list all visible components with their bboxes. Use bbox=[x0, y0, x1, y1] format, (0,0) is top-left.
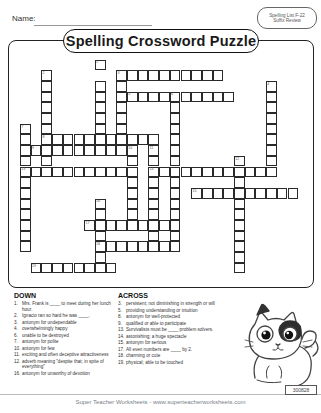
crossword-cell[interactable] bbox=[170, 231, 181, 242]
crossword-cell[interactable] bbox=[277, 188, 288, 199]
crossword-cell[interactable] bbox=[234, 156, 245, 167]
crossword-cell[interactable] bbox=[170, 167, 181, 178]
clue-item-text: astonishing; a huge spectacle bbox=[126, 334, 228, 340]
crossword-cell[interactable] bbox=[20, 199, 31, 210]
crossword-cell[interactable] bbox=[95, 220, 106, 231]
crossword-cell[interactable] bbox=[127, 209, 138, 220]
crossword-cell[interactable] bbox=[202, 92, 213, 103]
clue-item-text: antonym for serious bbox=[126, 340, 228, 346]
crossword-cell[interactable] bbox=[95, 92, 106, 103]
crossword-cell[interactable] bbox=[74, 263, 85, 274]
crossword-cell[interactable] bbox=[41, 156, 52, 167]
crossword-cell[interactable] bbox=[116, 81, 127, 92]
clue-item-text: antonym for unworthy of devotion bbox=[22, 371, 113, 377]
crossword-cell[interactable] bbox=[223, 188, 234, 199]
clue-item-number: 5. bbox=[118, 308, 126, 314]
crossword-cell[interactable] bbox=[95, 60, 106, 71]
clue-item-text: providing understanding or intuition bbox=[126, 308, 228, 314]
clue-item: 19.physical; able to be touched bbox=[118, 360, 228, 366]
crossword-cell[interactable] bbox=[138, 70, 149, 81]
clue-item-number: 6. bbox=[14, 333, 22, 339]
crossword-cell[interactable] bbox=[266, 134, 277, 145]
crossword-cell[interactable] bbox=[127, 199, 138, 210]
crossword-cell[interactable] bbox=[266, 145, 277, 156]
clue-item-text: unable to be destroyed bbox=[22, 333, 113, 339]
clue-item: 7.antonym for polite bbox=[14, 339, 113, 345]
crossword-cell[interactable] bbox=[84, 134, 95, 145]
clue-item: 8.antonym for well-protected bbox=[118, 314, 228, 320]
crossword-cell[interactable] bbox=[95, 124, 106, 135]
crossword-cell[interactable] bbox=[266, 92, 277, 103]
crossword-cell[interactable] bbox=[255, 167, 266, 178]
crossword-cell[interactable] bbox=[170, 177, 181, 188]
clue-item: 16.antonym for unworthy of devotion bbox=[14, 371, 113, 377]
crossword-cell[interactable] bbox=[234, 252, 245, 263]
crossword-cell[interactable] bbox=[170, 124, 181, 135]
clue-item-text: All even numbers are ____ by 2. bbox=[126, 347, 228, 353]
crossword-cell[interactable] bbox=[181, 70, 192, 81]
crossword-cell[interactable] bbox=[213, 188, 224, 199]
crossword-cell[interactable] bbox=[234, 241, 245, 252]
clue-item-number: 4. bbox=[14, 326, 22, 332]
crossword-cell[interactable] bbox=[148, 156, 159, 167]
down-clues: DOWN 1.Mrs. Frank is ____ to meet during… bbox=[14, 292, 113, 377]
crossword-cell[interactable] bbox=[127, 220, 138, 231]
crossword-cell[interactable] bbox=[127, 134, 138, 145]
crossword-cell[interactable] bbox=[148, 134, 159, 145]
crossword-cell[interactable] bbox=[255, 188, 266, 199]
crossword-cell[interactable] bbox=[245, 188, 256, 199]
crossword-cell[interactable] bbox=[148, 209, 159, 220]
crossword-cell[interactable] bbox=[106, 134, 117, 145]
crossword-cell[interactable] bbox=[95, 199, 106, 210]
crossword-cell[interactable] bbox=[127, 145, 138, 156]
crossword-cell[interactable] bbox=[95, 241, 106, 252]
crossword-cell[interactable] bbox=[170, 209, 181, 220]
crossword-cell[interactable] bbox=[148, 167, 159, 178]
clue-item: 10.antonym for few bbox=[14, 346, 113, 352]
crossword-cell[interactable] bbox=[159, 70, 170, 81]
crossword-cell[interactable] bbox=[41, 124, 52, 135]
crossword-cell[interactable] bbox=[74, 167, 85, 178]
clue-item-text: exciting and often deceptive attractiven… bbox=[22, 352, 113, 358]
crossword-cell[interactable] bbox=[170, 70, 181, 81]
crossword-cell[interactable] bbox=[74, 134, 85, 145]
crossword-cell[interactable] bbox=[127, 177, 138, 188]
crossword-cell[interactable] bbox=[148, 188, 159, 199]
crossword-cell[interactable] bbox=[266, 124, 277, 135]
clue-item-text: physical; able to be touched bbox=[126, 360, 228, 366]
crossword-cell[interactable] bbox=[41, 134, 52, 145]
clue-item: 15.antonym for serious bbox=[118, 340, 228, 346]
crossword-cell[interactable] bbox=[20, 188, 31, 199]
crossword-cell[interactable] bbox=[266, 113, 277, 124]
crossword-cell[interactable] bbox=[95, 231, 106, 242]
clue-item-number: 10. bbox=[14, 346, 22, 352]
crossword-cell[interactable] bbox=[148, 220, 159, 231]
crossword-cell[interactable] bbox=[266, 81, 277, 92]
crossword-cell[interactable] bbox=[116, 145, 127, 156]
crossword-cell[interactable] bbox=[148, 241, 159, 252]
crossword-cell[interactable] bbox=[170, 188, 181, 199]
crossword-cell[interactable] bbox=[127, 188, 138, 199]
crossword-cell[interactable] bbox=[106, 263, 117, 274]
clue-item-number: 2. bbox=[14, 313, 22, 319]
crossword-cell[interactable] bbox=[148, 70, 159, 81]
crossword-cell[interactable] bbox=[106, 241, 117, 252]
crossword-cell[interactable] bbox=[127, 241, 138, 252]
crossword-cell[interactable] bbox=[181, 92, 192, 103]
clue-item: 9.qualified or able to participate bbox=[118, 321, 228, 327]
clue-item-text: antonym for well-protected bbox=[126, 314, 228, 320]
clue-item: 3.persistent; not diminishing in strengt… bbox=[118, 301, 228, 307]
crossword-cell[interactable] bbox=[170, 241, 181, 252]
crossword-cell[interactable] bbox=[41, 102, 52, 113]
crossword-cell[interactable] bbox=[127, 167, 138, 178]
crossword-cell[interactable] bbox=[234, 231, 245, 242]
clue-item: 3.antonym for undependable bbox=[14, 320, 113, 326]
page-title: Spelling Crossword Puzzle bbox=[63, 29, 259, 53]
crossword-cell[interactable] bbox=[127, 70, 138, 81]
clue-item: 2.Ignacio ran so hard he was ____. bbox=[14, 313, 113, 319]
crossword-cell[interactable] bbox=[234, 199, 245, 210]
clue-item-text: antonym for few bbox=[22, 346, 113, 352]
clue-item-number: 8. bbox=[118, 314, 126, 320]
crossword-cell[interactable] bbox=[170, 199, 181, 210]
cat-illustration bbox=[243, 296, 319, 392]
crossword-cell[interactable] bbox=[202, 188, 213, 199]
crossword-cell[interactable] bbox=[20, 134, 31, 145]
crossword-cell[interactable] bbox=[31, 263, 42, 274]
crossword-cell[interactable] bbox=[148, 177, 159, 188]
crossword-cell[interactable] bbox=[74, 145, 85, 156]
crossword-cell[interactable] bbox=[234, 209, 245, 220]
crossword-cell[interactable] bbox=[20, 177, 31, 188]
crossword-cell[interactable] bbox=[191, 92, 202, 103]
crossword-cell[interactable] bbox=[266, 167, 277, 178]
crossword-cell[interactable] bbox=[148, 92, 159, 103]
crossword-cell[interactable] bbox=[95, 263, 106, 274]
clue-item: 4.overwhelmingly happy bbox=[14, 326, 113, 332]
crossword-cell[interactable] bbox=[20, 124, 31, 135]
crossword-cell[interactable] bbox=[116, 167, 127, 178]
crossword-cell[interactable] bbox=[84, 145, 95, 156]
clue-item: 12.adverb meaning "despite that; in spit… bbox=[14, 359, 113, 370]
crossword-cell[interactable] bbox=[223, 167, 234, 178]
crossword-cell[interactable] bbox=[148, 145, 159, 156]
crossword-cell[interactable] bbox=[20, 220, 31, 231]
clue-item-number: 13. bbox=[118, 327, 126, 333]
crossword-cell[interactable] bbox=[127, 92, 138, 103]
crossword-cell[interactable] bbox=[31, 167, 42, 178]
clue-item: 13.Survivalists must be ____ problem sol… bbox=[118, 327, 228, 333]
crossword-cell[interactable] bbox=[52, 167, 63, 178]
clue-item-number: 9. bbox=[118, 321, 126, 327]
crossword-cell[interactable] bbox=[138, 92, 149, 103]
crossword-cell[interactable] bbox=[191, 70, 202, 81]
crossword-cell[interactable] bbox=[191, 167, 202, 178]
crossword-cell[interactable] bbox=[95, 81, 106, 92]
clue-item-text: Ignacio ran so hard he was ____. bbox=[22, 313, 113, 319]
crossword-cell[interactable] bbox=[159, 92, 170, 103]
crossword-cell[interactable] bbox=[138, 134, 149, 145]
clue-item: 5.providing understanding or intuition bbox=[118, 308, 228, 314]
crossword-cell[interactable] bbox=[95, 145, 106, 156]
clue-item-number: 18. bbox=[118, 353, 126, 359]
clue-item: 17.All even numbers are ____ by 2. bbox=[118, 347, 228, 353]
crossword-cell[interactable] bbox=[41, 81, 52, 92]
clue-item-number: 3. bbox=[118, 301, 126, 307]
crossword-cell[interactable] bbox=[116, 70, 127, 81]
crossword-cell[interactable] bbox=[170, 220, 181, 231]
crossword-cell[interactable] bbox=[95, 102, 106, 113]
clue-item-text: antonym for polite bbox=[22, 339, 113, 345]
crossword-cell[interactable] bbox=[266, 188, 277, 199]
crossword-cell[interactable] bbox=[288, 188, 299, 199]
crossword-cell[interactable] bbox=[63, 145, 74, 156]
clue-item-number: 14. bbox=[118, 334, 126, 340]
crossword-cell[interactable] bbox=[234, 220, 245, 231]
clue-item-number: 16. bbox=[14, 371, 22, 377]
crossword-cell[interactable] bbox=[245, 167, 256, 178]
clue-item-text: qualified or able to participate bbox=[126, 321, 228, 327]
clue-item-number: 1. bbox=[14, 301, 22, 312]
crossword-cell[interactable] bbox=[41, 70, 52, 81]
crossword-cell[interactable] bbox=[20, 167, 31, 178]
crossword-cell[interactable] bbox=[116, 92, 127, 103]
crossword-cell[interactable] bbox=[116, 102, 127, 113]
crossword-cell[interactable] bbox=[138, 241, 149, 252]
clue-item-number: 12. bbox=[14, 359, 22, 370]
crossword-cell[interactable] bbox=[234, 188, 245, 199]
crossword-cell[interactable] bbox=[106, 167, 117, 178]
clue-item-text: overwhelmingly happy bbox=[22, 326, 113, 332]
crossword-cell[interactable] bbox=[106, 220, 117, 231]
clue-item-number: 15. bbox=[118, 340, 126, 346]
crossword-cell[interactable] bbox=[52, 134, 63, 145]
crossword-cell[interactable] bbox=[20, 231, 31, 242]
worksheet-page: Name: Spelling List F-22 Suffix Review S… bbox=[0, 0, 321, 413]
crossword-cell[interactable] bbox=[202, 167, 213, 178]
crossword-cell[interactable] bbox=[20, 156, 31, 167]
clue-item-number: 11. bbox=[14, 352, 22, 358]
crossword-cell[interactable] bbox=[31, 145, 42, 156]
clue-item-number: 7. bbox=[14, 339, 22, 345]
crossword-cell[interactable] bbox=[138, 220, 149, 231]
across-heading: ACROSS bbox=[118, 292, 228, 299]
crossword-cell[interactable] bbox=[116, 113, 127, 124]
crossword-cell[interactable] bbox=[234, 177, 245, 188]
clue-item-text: adverb meaning "despite that; in spite o… bbox=[22, 359, 113, 370]
crossword-cell[interactable] bbox=[63, 134, 74, 145]
crossword-cell[interactable] bbox=[41, 92, 52, 103]
crossword-cell[interactable] bbox=[170, 134, 181, 145]
crossword-cell[interactable] bbox=[148, 231, 159, 242]
crossword-cell[interactable] bbox=[202, 70, 213, 81]
crossword-cell[interactable] bbox=[170, 113, 181, 124]
crossword-cell[interactable] bbox=[266, 102, 277, 113]
crossword-cell[interactable] bbox=[20, 209, 31, 220]
crossword-cell[interactable] bbox=[191, 188, 202, 199]
crossword-cell[interactable] bbox=[84, 220, 95, 231]
crossword-cell[interactable] bbox=[116, 220, 127, 231]
crossword-cell[interactable] bbox=[20, 145, 31, 156]
crossword-cell[interactable] bbox=[159, 167, 170, 178]
clue-item: 1.Mrs. Frank is ____ to meet during her … bbox=[14, 301, 113, 312]
crossword-cell[interactable] bbox=[41, 145, 52, 156]
crossword-cell[interactable] bbox=[95, 134, 106, 145]
crossword-cell[interactable] bbox=[95, 113, 106, 124]
clue-item-number: 19. bbox=[118, 360, 126, 366]
crossword-cell[interactable] bbox=[63, 263, 74, 274]
worksheet-code: 300828 bbox=[285, 385, 317, 395]
clue-item-text: antonym for undependable bbox=[22, 320, 113, 326]
clue-item-number: 17. bbox=[118, 347, 126, 353]
crossword-cell[interactable] bbox=[63, 167, 74, 178]
clue-item-text: persistent; not diminishing in strength … bbox=[126, 301, 228, 307]
crossword-cell[interactable] bbox=[213, 92, 224, 103]
crossword-cell[interactable] bbox=[41, 167, 52, 178]
crossword-cell[interactable] bbox=[234, 167, 245, 178]
crossword-cell[interactable] bbox=[223, 92, 234, 103]
clue-item-text: Survivalists must be ____ problem solver… bbox=[126, 327, 228, 333]
crossword-cell[interactable] bbox=[20, 241, 31, 252]
clue-item: 6.unable to be destroyed bbox=[14, 333, 113, 339]
crossword-cell[interactable] bbox=[116, 241, 127, 252]
crossword-cell[interactable] bbox=[116, 134, 127, 145]
crossword-cell[interactable] bbox=[170, 102, 181, 113]
crossword-cell[interactable] bbox=[213, 70, 224, 81]
clue-item-number: 3. bbox=[14, 320, 22, 326]
crossword-cell[interactable] bbox=[95, 209, 106, 220]
crossword-cell[interactable] bbox=[95, 167, 106, 178]
crossword-cell[interactable] bbox=[84, 167, 95, 178]
crossword-cell[interactable] bbox=[170, 156, 181, 167]
crossword-cell[interactable] bbox=[170, 145, 181, 156]
crossword-cell[interactable] bbox=[159, 220, 170, 231]
clue-item-text: Mrs. Frank is ____ to meet during her lu… bbox=[22, 301, 113, 312]
crossword-cell[interactable] bbox=[181, 167, 192, 178]
crossword-cell[interactable] bbox=[84, 263, 95, 274]
crossword-cell[interactable] bbox=[159, 241, 170, 252]
crossword-cell[interactable] bbox=[116, 124, 127, 135]
crossword-cell[interactable] bbox=[170, 92, 181, 103]
crossword-cell[interactable] bbox=[41, 113, 52, 124]
crossword-cell[interactable] bbox=[148, 199, 159, 210]
clue-item: 11.exciting and often deceptive attracti… bbox=[14, 352, 113, 358]
crossword-cell[interactable] bbox=[52, 145, 63, 156]
across-clues: ACROSS 3.persistent; not diminishing in … bbox=[118, 292, 228, 366]
crossword-cell[interactable] bbox=[234, 263, 245, 274]
crossword-cell[interactable] bbox=[95, 252, 106, 263]
crossword-cell[interactable] bbox=[127, 156, 138, 167]
clue-item-text: charming or cute bbox=[126, 353, 228, 359]
crossword-cell[interactable] bbox=[52, 263, 63, 274]
clue-item: 14.astonishing; a huge spectacle bbox=[118, 334, 228, 340]
down-heading: DOWN bbox=[14, 292, 113, 299]
crossword-cell[interactable] bbox=[213, 167, 224, 178]
clue-item: 18.charming or cute bbox=[118, 353, 228, 359]
crossword-cell[interactable] bbox=[266, 156, 277, 167]
crossword-cell[interactable] bbox=[41, 263, 52, 274]
crossword-cell[interactable] bbox=[106, 145, 117, 156]
